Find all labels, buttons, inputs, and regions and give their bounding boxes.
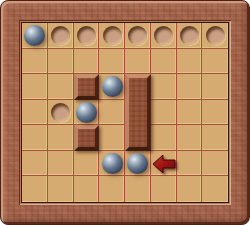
piece-layer [22,23,228,202]
board-bevel [19,20,231,205]
hole [128,26,147,45]
hole-slot [151,23,177,49]
direction-arrow-left-icon[interactable] [152,154,176,174]
hole-slot [48,100,74,126]
marble-slot [74,100,100,126]
hole [77,26,96,45]
marble[interactable] [102,153,123,174]
marble-slot [99,151,125,177]
marble-slot [22,23,48,49]
game-board [21,22,229,203]
hole-slot [202,23,228,49]
hole [154,26,173,45]
hole [51,26,70,45]
marble[interactable] [76,102,97,123]
marble[interactable] [127,153,148,174]
wall-block [74,74,100,100]
wall-block [74,125,100,151]
direction-arrow-left-icon-slot [151,151,177,177]
hole-slot [177,23,203,49]
marble-slot [99,74,125,100]
game-window [0,0,250,225]
hole-slot [48,23,74,49]
hole [206,26,225,45]
marble-slot [125,151,151,177]
wall-block [125,74,151,151]
marble[interactable] [102,76,123,97]
hole-slot [99,23,125,49]
marble[interactable] [24,25,45,46]
hole [180,26,199,45]
hole [51,103,70,122]
hole-slot [125,23,151,49]
hole [103,26,122,45]
hole-slot [74,23,100,49]
